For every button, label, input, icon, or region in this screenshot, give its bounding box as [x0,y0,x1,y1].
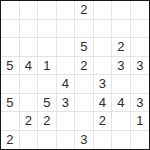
grid-cell[interactable]: 4 [112,94,131,113]
grid-cell[interactable] [94,38,113,57]
grid-cell[interactable]: 2 [1,131,20,150]
grid-cell[interactable] [57,57,76,76]
grid-cell[interactable]: 3 [57,94,76,113]
grid-cell[interactable] [131,38,150,57]
grid-cell[interactable] [20,94,39,113]
grid-cell[interactable]: 5 [1,57,20,76]
grid-cell[interactable] [112,1,131,20]
grid-cell[interactable] [57,1,76,20]
grid-cell[interactable]: 3 [112,57,131,76]
grid-cell[interactable] [131,75,150,94]
grid-cell[interactable]: 3 [94,75,113,94]
grid-cell[interactable] [75,94,94,113]
grid-cell[interactable]: 4 [20,57,39,76]
grid-cell[interactable]: 5 [1,94,20,113]
grid-cell[interactable]: 1 [131,112,150,131]
grid-cell[interactable] [131,131,150,150]
puzzle-board: 25254123343553443222123 [0,0,150,150]
grid-cell[interactable]: 2 [38,112,57,131]
grid-cell[interactable] [1,38,20,57]
grid-cell[interactable]: 5 [38,94,57,113]
grid-cell[interactable]: 1 [38,57,57,76]
grid-cell[interactable] [20,75,39,94]
grid-cell[interactable] [20,1,39,20]
grid-cell[interactable] [20,20,39,39]
grid-cell[interactable] [75,75,94,94]
grid-cell[interactable] [1,112,20,131]
grid-cell[interactable] [20,131,39,150]
grid-cell[interactable] [94,57,113,76]
grid-cell[interactable] [112,112,131,131]
grid-cell[interactable]: 5 [75,38,94,57]
grid-cell[interactable] [38,1,57,20]
grid-cell[interactable]: 3 [75,131,94,150]
grid-cell[interactable] [94,20,113,39]
grid-cell[interactable] [38,20,57,39]
grid-cell[interactable] [112,131,131,150]
grid-cell[interactable]: 2 [94,112,113,131]
grid-cell[interactable] [38,38,57,57]
grid-cell[interactable] [57,112,76,131]
grid-cell[interactable] [112,75,131,94]
grid-cell[interactable]: 2 [75,1,94,20]
grid-cell[interactable] [57,38,76,57]
grid-cell[interactable]: 3 [131,94,150,113]
grid-cell[interactable] [94,1,113,20]
grid-cell[interactable] [57,131,76,150]
grid-cell[interactable] [1,75,20,94]
grid-cell[interactable]: 4 [57,75,76,94]
grid-cell[interactable] [112,20,131,39]
grid-cell[interactable] [75,112,94,131]
grid-cell[interactable] [1,20,20,39]
grid-cell[interactable] [75,20,94,39]
grid-cell[interactable] [1,1,20,20]
grid-cell[interactable]: 3 [131,57,150,76]
grid-cell[interactable] [38,131,57,150]
grid-cell[interactable] [131,20,150,39]
grid-cell[interactable] [94,131,113,150]
grid-cell[interactable]: 2 [112,38,131,57]
grid-cell[interactable] [131,1,150,20]
grid-cell[interactable] [38,75,57,94]
grid-cell[interactable]: 2 [75,57,94,76]
grid-cell[interactable] [57,20,76,39]
grid-cell[interactable]: 4 [94,94,113,113]
grid-cell[interactable] [20,38,39,57]
grid-cell[interactable]: 2 [20,112,39,131]
